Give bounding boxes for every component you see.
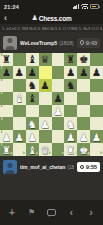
black-knight-piece[interactable]: ♞ xyxy=(66,79,75,91)
rank-label-3: 3 xyxy=(1,118,3,121)
options-button[interactable]: + xyxy=(5,206,19,220)
opponent-clock-time: 9:43 xyxy=(86,40,97,46)
square-a2[interactable]: 2♟ xyxy=(0,130,13,143)
square-c7[interactable]: ♟ xyxy=(26,66,39,79)
square-h5[interactable] xyxy=(90,92,103,105)
player-row-bottom: tim_mof_ai_chetan (1832) 9:55 xyxy=(0,156,103,178)
square-h1[interactable]: h xyxy=(90,143,103,156)
square-f1[interactable]: f♜ xyxy=(64,143,77,156)
square-e8[interactable] xyxy=(52,53,65,66)
file-label-d: d xyxy=(49,152,51,155)
black-queen-piece[interactable]: ♛ xyxy=(40,53,49,65)
previous-move-button[interactable]: ‹ xyxy=(64,206,78,220)
file-label-e: e xyxy=(62,152,64,155)
square-d7[interactable] xyxy=(39,66,52,79)
square-d6[interactable]: ♟ xyxy=(39,79,52,92)
clock-icon xyxy=(80,165,85,170)
square-c3[interactable]: ♞ xyxy=(26,117,39,130)
square-g5[interactable] xyxy=(77,92,90,105)
square-c2[interactable]: ♟ xyxy=(26,130,39,143)
square-f4[interactable] xyxy=(64,105,77,118)
square-g7[interactable]: ♟ xyxy=(77,66,90,79)
square-f8[interactable]: ♜ xyxy=(64,53,77,66)
chevron-right-icon: › xyxy=(89,207,93,218)
square-d4[interactable] xyxy=(39,105,52,118)
square-h7[interactable]: ♟ xyxy=(90,66,103,79)
square-c4[interactable] xyxy=(26,105,39,118)
square-b4[interactable] xyxy=(13,105,26,118)
square-g4[interactable] xyxy=(77,105,90,118)
square-e6[interactable] xyxy=(52,79,65,92)
rank-label-5: 5 xyxy=(1,92,3,95)
next-move-button[interactable]: › xyxy=(84,206,98,220)
square-f6[interactable]: ♞ xyxy=(64,79,77,92)
square-f3[interactable]: ♞ xyxy=(64,117,77,130)
logo-text: Chess.com xyxy=(39,15,72,22)
black-pawn-piece[interactable]: ♟ xyxy=(66,66,75,78)
square-d5[interactable] xyxy=(39,92,52,105)
black-pawn-piece[interactable]: ♟ xyxy=(15,66,24,78)
rank-label-2: 2 xyxy=(1,131,3,134)
square-c8[interactable]: ♝ xyxy=(26,53,39,66)
opponent-clock: 9:43 xyxy=(77,38,100,48)
white-pawn-piece[interactable]: ♟ xyxy=(66,131,75,143)
plus-icon: + xyxy=(9,208,15,218)
square-b8[interactable] xyxy=(13,53,26,66)
white-pawn-piece[interactable]: ♟ xyxy=(27,131,36,143)
square-d2[interactable] xyxy=(39,130,52,143)
square-e3[interactable] xyxy=(52,117,65,130)
white-knight-piece[interactable]: ♞ xyxy=(66,118,75,130)
battery-icon xyxy=(90,4,99,9)
draw-resign-button[interactable]: ⚑ xyxy=(25,206,39,220)
black-pawn-piece[interactable]: ♟ xyxy=(40,79,49,91)
file-label-b: b xyxy=(23,152,25,155)
back-button[interactable]: ‹ xyxy=(4,14,7,23)
file-label-h: h xyxy=(100,152,102,155)
rank-label-7: 7 xyxy=(1,67,3,70)
square-b6[interactable] xyxy=(13,79,26,92)
file-label-a: a xyxy=(10,152,12,155)
status-icons xyxy=(73,4,99,9)
black-bishop-piece[interactable]: ♝ xyxy=(27,92,36,104)
clock-icon xyxy=(80,40,85,45)
black-pawn-piece[interactable]: ♟ xyxy=(92,66,101,78)
chevron-left-icon: ‹ xyxy=(69,207,73,218)
chat-bubble-icon xyxy=(47,209,56,216)
square-h2[interactable]: ♟ xyxy=(90,130,103,143)
white-pawn-piece[interactable]: ♟ xyxy=(2,131,11,143)
square-f5[interactable] xyxy=(64,92,77,105)
square-c6[interactable]: ♞ xyxy=(26,79,39,92)
square-g3[interactable] xyxy=(77,117,90,130)
square-b2[interactable]: ♟ xyxy=(13,130,26,143)
square-f7[interactable]: ♟ xyxy=(64,66,77,79)
opponent-info: WeLoveTrump5 (1808) xyxy=(20,40,74,46)
header: ‹ ♟ Chess.com xyxy=(0,13,103,24)
square-h4[interactable] xyxy=(90,105,103,118)
rank-label-8: 8 xyxy=(1,54,3,57)
rank-label-1: 1 xyxy=(1,144,3,147)
square-b3[interactable] xyxy=(13,117,26,130)
pawn-logo-icon: ♟ xyxy=(31,15,37,22)
square-h3[interactable] xyxy=(90,117,103,130)
player-name: tim_mof_ai_chetan xyxy=(20,164,65,170)
white-pawn-piece[interactable]: ♟ xyxy=(40,118,49,130)
square-g6[interactable] xyxy=(77,79,90,92)
square-a1[interactable]: 1a♜ xyxy=(0,143,13,156)
square-h8[interactable] xyxy=(90,53,103,66)
rank-label-4: 4 xyxy=(1,105,3,108)
flag-icon: ⚑ xyxy=(28,209,35,217)
move-list[interactable]: 1. e4 e5 2. Nf3 Nc6 3. Bb5 Bc5 4. O-O Nf… xyxy=(0,24,103,32)
white-pawn-piece[interactable]: ♟ xyxy=(53,105,62,117)
status-bar: 21:24 xyxy=(0,0,103,13)
square-e7[interactable] xyxy=(52,66,65,79)
square-a4[interactable]: 4 xyxy=(0,105,13,118)
background-spacer xyxy=(0,178,103,200)
square-e5[interactable]: ♟ xyxy=(52,92,65,105)
square-c1[interactable]: c♝ xyxy=(26,143,39,156)
square-b5[interactable]: ♝ xyxy=(13,92,26,105)
white-pawn-piece[interactable]: ♟ xyxy=(92,131,101,143)
square-g1[interactable]: g♚ xyxy=(77,143,90,156)
square-a3[interactable]: 3 xyxy=(0,117,13,130)
white-bishop-piece[interactable]: ♝ xyxy=(15,92,24,104)
signal-icon xyxy=(73,4,79,9)
square-b1[interactable]: b xyxy=(13,143,26,156)
black-rook-piece[interactable]: ♜ xyxy=(66,53,75,65)
square-g2[interactable]: ♟ xyxy=(77,130,90,143)
white-rook-piece[interactable]: ♜ xyxy=(66,144,75,156)
opponent-avatar[interactable] xyxy=(3,36,17,50)
square-d3[interactable]: ♟ xyxy=(39,117,52,130)
move-list-text: 1. e4 e5 2. Nf3 Nc6 3. Bb5 Bc5 4. O-O Nf… xyxy=(2,26,103,31)
status-time: 21:24 xyxy=(4,4,19,10)
black-pawn-piece[interactable]: ♟ xyxy=(27,66,36,78)
square-d1[interactable]: d♛ xyxy=(39,143,52,156)
black-knight-piece[interactable]: ♞ xyxy=(27,79,36,91)
player-rating: (1832) xyxy=(67,164,73,170)
player-row-top: WeLoveTrump5 (1808) 9:43 xyxy=(0,32,103,53)
chesscom-logo: ♟ Chess.com xyxy=(31,15,71,22)
white-pawn-piece[interactable]: ♟ xyxy=(15,131,24,143)
player-clock: 9:55 xyxy=(77,162,100,172)
square-e1[interactable]: e xyxy=(52,143,65,156)
square-e2[interactable] xyxy=(52,130,65,143)
square-c5[interactable]: ♝ xyxy=(26,92,39,105)
opponent-rating: (1808) xyxy=(59,40,73,46)
file-label-c: c xyxy=(36,152,38,155)
bottom-nav: + ⚑ ‹ › xyxy=(0,200,103,225)
chess-board[interactable]: 8♜♝♛♜♚7♟♟♟♟♟♟6♞♟♞5♝♝♟4♟3♞♟♞2♟♟♟♟♟♟1a♜bc♝… xyxy=(0,53,103,156)
black-pawn-piece[interactable]: ♟ xyxy=(79,66,88,78)
white-pawn-piece[interactable]: ♟ xyxy=(79,131,88,143)
player-avatar[interactable] xyxy=(3,160,17,174)
square-h6[interactable] xyxy=(90,79,103,92)
square-a8[interactable]: 8♜ xyxy=(0,53,13,66)
square-a5[interactable]: 5 xyxy=(0,92,13,105)
player-clock-time: 9:55 xyxy=(86,164,97,170)
wifi-icon xyxy=(81,4,88,9)
square-d8[interactable]: ♛ xyxy=(39,53,52,66)
black-king-piece[interactable]: ♚ xyxy=(79,53,88,65)
square-a6[interactable]: 6 xyxy=(0,79,13,92)
square-a7[interactable]: 7♟ xyxy=(0,66,13,79)
black-rook-piece[interactable]: ♜ xyxy=(2,53,11,65)
square-f2[interactable]: ♟ xyxy=(64,130,77,143)
black-bishop-piece[interactable]: ♝ xyxy=(27,53,36,65)
square-e4[interactable]: ♟ xyxy=(52,105,65,118)
black-pawn-piece[interactable]: ♟ xyxy=(53,92,62,104)
opponent-name: WeLoveTrump5 xyxy=(20,40,57,46)
file-label-g: g xyxy=(87,152,89,155)
player-info: tim_mof_ai_chetan (1832) xyxy=(20,164,74,170)
black-pawn-piece[interactable]: ♟ xyxy=(2,66,11,78)
square-g8[interactable]: ♚ xyxy=(77,53,90,66)
white-knight-piece[interactable]: ♞ xyxy=(27,118,36,130)
app-screen: 21:24 ‹ ♟ Chess.com 1. e4 e5 2. Nf3 Nc6 … xyxy=(0,0,103,225)
square-b7[interactable]: ♟ xyxy=(13,66,26,79)
rank-label-6: 6 xyxy=(1,79,3,82)
chat-button[interactable] xyxy=(44,206,58,220)
